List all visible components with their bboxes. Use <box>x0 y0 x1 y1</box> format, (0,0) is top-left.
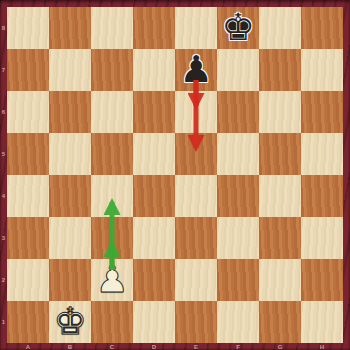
square-e1[interactable] <box>175 301 217 343</box>
square-g6[interactable] <box>259 91 301 133</box>
rank-label-5: 5 <box>0 133 7 175</box>
black-king[interactable]: ♚ <box>217 7 259 49</box>
square-e2[interactable] <box>175 259 217 301</box>
file-label-C: C <box>91 343 133 350</box>
square-g1[interactable] <box>259 301 301 343</box>
square-d1[interactable] <box>133 301 175 343</box>
square-h2[interactable] <box>301 259 343 301</box>
file-label-D: D <box>133 343 175 350</box>
file-label-E: E <box>175 343 217 350</box>
square-d2[interactable] <box>133 259 175 301</box>
square-b6[interactable] <box>49 91 91 133</box>
square-e5[interactable] <box>175 133 217 175</box>
chess-board: ♚♟♟♚ <box>7 7 343 343</box>
square-a5[interactable] <box>7 133 49 175</box>
square-f8[interactable]: ♚ <box>217 7 259 49</box>
square-h6[interactable] <box>301 91 343 133</box>
square-d4[interactable] <box>133 175 175 217</box>
square-b4[interactable] <box>49 175 91 217</box>
square-f6[interactable] <box>217 91 259 133</box>
file-label-A: A <box>7 343 49 350</box>
rank-label-8: 8 <box>0 7 7 49</box>
square-c5[interactable] <box>91 133 133 175</box>
square-g2[interactable] <box>259 259 301 301</box>
square-f2[interactable] <box>217 259 259 301</box>
square-c7[interactable] <box>91 49 133 91</box>
rank-label-6: 6 <box>0 91 7 133</box>
square-d8[interactable] <box>133 7 175 49</box>
square-f3[interactable] <box>217 217 259 259</box>
white-king[interactable]: ♚ <box>49 301 91 343</box>
square-c3[interactable] <box>91 217 133 259</box>
rank-label-4: 4 <box>0 175 7 217</box>
square-c1[interactable] <box>91 301 133 343</box>
square-g4[interactable] <box>259 175 301 217</box>
square-b8[interactable] <box>49 7 91 49</box>
square-b1[interactable]: ♚ <box>49 301 91 343</box>
square-d3[interactable] <box>133 217 175 259</box>
file-label-G: G <box>259 343 301 350</box>
square-d5[interactable] <box>133 133 175 175</box>
rank-label-1: 1 <box>0 301 7 343</box>
square-f5[interactable] <box>217 133 259 175</box>
square-e3[interactable] <box>175 217 217 259</box>
square-a3[interactable] <box>7 217 49 259</box>
square-b3[interactable] <box>49 217 91 259</box>
rank-label-2: 2 <box>0 259 7 301</box>
file-label-B: B <box>49 343 91 350</box>
square-b7[interactable] <box>49 49 91 91</box>
black-pawn[interactable]: ♟ <box>175 49 217 91</box>
square-c2[interactable]: ♟ <box>91 259 133 301</box>
square-f4[interactable] <box>217 175 259 217</box>
square-a2[interactable] <box>7 259 49 301</box>
square-a6[interactable] <box>7 91 49 133</box>
square-g8[interactable] <box>259 7 301 49</box>
square-a8[interactable] <box>7 7 49 49</box>
square-c8[interactable] <box>91 7 133 49</box>
square-a1[interactable] <box>7 301 49 343</box>
rank-labels: 87654321 <box>0 7 7 343</box>
square-e6[interactable] <box>175 91 217 133</box>
square-h5[interactable] <box>301 133 343 175</box>
square-h7[interactable] <box>301 49 343 91</box>
square-b5[interactable] <box>49 133 91 175</box>
square-a4[interactable] <box>7 175 49 217</box>
square-b2[interactable] <box>49 259 91 301</box>
square-c6[interactable] <box>91 91 133 133</box>
square-h1[interactable] <box>301 301 343 343</box>
square-e8[interactable] <box>175 7 217 49</box>
square-e4[interactable] <box>175 175 217 217</box>
square-f7[interactable] <box>217 49 259 91</box>
rank-label-3: 3 <box>0 217 7 259</box>
square-e7[interactable]: ♟ <box>175 49 217 91</box>
square-d7[interactable] <box>133 49 175 91</box>
rank-label-7: 7 <box>0 49 7 91</box>
square-f1[interactable] <box>217 301 259 343</box>
file-label-H: H <box>301 343 343 350</box>
square-g5[interactable] <box>259 133 301 175</box>
square-g3[interactable] <box>259 217 301 259</box>
square-g7[interactable] <box>259 49 301 91</box>
file-labels: ABCDEFGH <box>7 343 343 350</box>
chess-position-screenshot: 87654321 ABCDEFGH ♚♟♟♚ <box>0 0 350 350</box>
square-d6[interactable] <box>133 91 175 133</box>
square-a7[interactable] <box>7 49 49 91</box>
square-h4[interactable] <box>301 175 343 217</box>
file-label-F: F <box>217 343 259 350</box>
white-pawn[interactable]: ♟ <box>91 259 133 301</box>
square-c4[interactable] <box>91 175 133 217</box>
square-h8[interactable] <box>301 7 343 49</box>
square-h3[interactable] <box>301 217 343 259</box>
